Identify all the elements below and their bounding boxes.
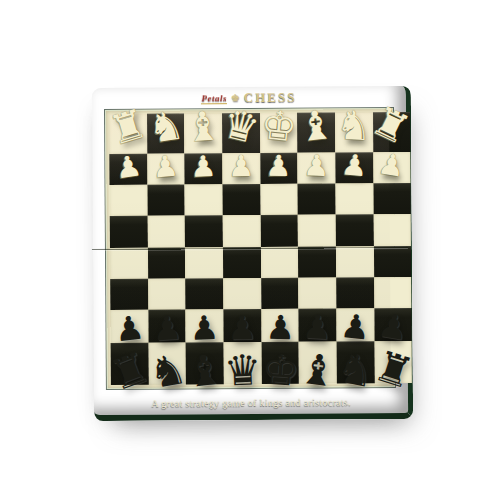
square [185,278,223,309]
square: ♚ [260,113,298,153]
square [336,246,374,277]
square: ♟ [374,308,412,341]
black-pawn: ♟ [302,310,334,345]
square [222,184,260,215]
square [374,245,412,276]
square [298,215,336,246]
square [373,183,411,214]
square: ♜ [109,114,147,154]
square: ♟ [261,309,299,342]
square [185,247,223,278]
square: ♝ [299,341,337,383]
square [260,215,298,246]
square [110,216,148,247]
white-queen: ♛ [219,102,263,149]
white-bishop: ♝ [184,105,223,148]
white-pawn: ♟ [377,149,407,182]
square [298,246,336,277]
square [148,247,186,278]
square: ♟ [335,152,373,183]
square [335,183,373,214]
black-pawn: ♟ [113,310,146,346]
black-queen: ♛ [223,349,262,393]
square: ♚ [261,342,299,384]
square: ♟ [298,152,336,183]
white-rook: ♜ [105,103,151,151]
square: ♟ [109,154,147,185]
square [336,277,374,308]
black-bishop: ♝ [184,348,226,394]
square [374,277,412,308]
square [298,277,336,308]
square [261,277,299,308]
square [223,278,261,309]
square: ♟ [186,309,224,342]
square [110,185,148,216]
square [147,185,185,216]
square: ♞ [148,342,186,384]
chess-box: Petals ♚ CHESS ♜♞♝♛♚♝♞♜♟♟♟♟♟♟♟♟♟♟♟♟♟♟♟♟♜… [92,86,413,421]
square [260,184,298,215]
square [110,279,148,310]
black-king: ♚ [260,349,300,393]
white-pawn: ♟ [152,152,180,183]
square [185,216,223,247]
board-sheet: ♜♞♝♛♚♝♞♜♟♟♟♟♟♟♟♟♟♟♟♟♟♟♟♟♜♞♝♛♚♝♞♜ [105,108,395,389]
square: ♟ [223,309,261,342]
square [148,278,186,309]
square [185,184,223,215]
black-pawn: ♟ [227,311,257,344]
black-pawn: ♟ [151,311,182,346]
square: ♟ [185,153,223,184]
black-pawn: ♟ [265,310,296,344]
square: ♟ [373,152,411,183]
square: ♟ [147,153,185,184]
white-knight: ♞ [145,104,186,149]
square [223,247,261,278]
white-pawn: ♟ [113,151,143,183]
square: ♜ [111,343,149,385]
square: ♜ [374,341,412,383]
square: ♟ [336,308,374,341]
black-pawn: ♟ [189,311,220,345]
square: ♞ [337,341,375,383]
white-pawn: ♟ [340,150,369,181]
square: ♛ [224,342,262,384]
white-pawn: ♟ [228,152,254,181]
square [223,215,261,246]
square [336,215,374,246]
product-photo: Petals ♚ CHESS ♜♞♝♛♚♝♞♜♟♟♟♟♟♟♟♟♟♟♟♟♟♟♟♟♜… [0,0,500,500]
square [110,247,148,278]
white-pawn: ♟ [303,151,330,181]
black-pawn: ♟ [339,309,372,345]
white-pawn: ♟ [190,152,217,182]
square: ♞ [147,113,185,153]
white-rook: ♜ [367,99,417,151]
square: ♝ [186,342,224,384]
white-king: ♚ [259,104,299,147]
square: ♝ [184,113,222,153]
square: ♝ [297,112,335,152]
square: ♜ [373,112,411,152]
square [261,246,299,277]
square [373,214,411,245]
black-pawn: ♟ [376,308,411,345]
square: ♟ [222,153,260,184]
square [298,184,336,215]
square: ♟ [148,309,186,342]
white-bishop: ♝ [296,104,336,148]
square: ♛ [222,113,260,153]
tagline: A great strategy game of kings and arist… [94,394,408,410]
square: ♟ [110,310,148,343]
square [147,216,185,247]
white-knight: ♞ [335,104,373,146]
square: ♟ [299,308,337,341]
chess-board: ♜♞♝♛♚♝♞♜♟♟♟♟♟♟♟♟♟♟♟♟♟♟♟♟♜♞♝♛♚♝♞♜ [109,112,391,385]
white-pawn: ♟ [265,152,292,182]
square: ♟ [260,153,298,184]
